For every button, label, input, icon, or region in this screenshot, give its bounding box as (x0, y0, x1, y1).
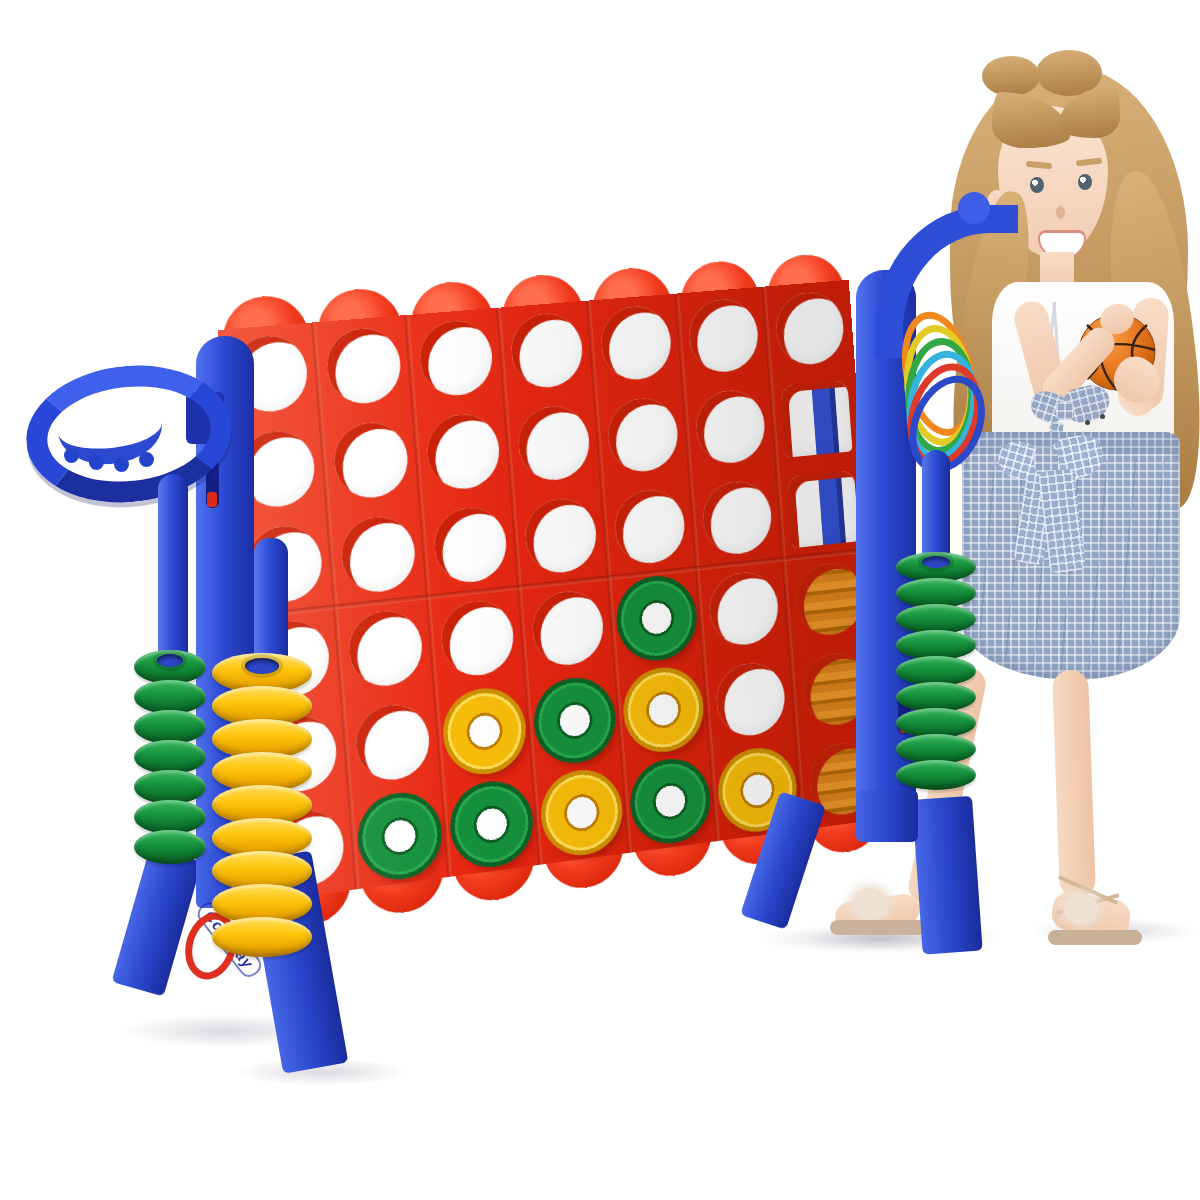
right-leg-joint (856, 790, 918, 842)
green-storage-disc (134, 710, 206, 744)
cell-r3c4 (512, 485, 609, 587)
cell-r2c7 (770, 370, 862, 468)
shirt-dot (1100, 414, 1105, 419)
right-green-stack (896, 552, 976, 797)
left-green-pole (158, 474, 188, 664)
cell-r4c5 (609, 568, 704, 669)
empty-hole (324, 326, 403, 407)
empty-hole (346, 607, 424, 689)
right-sandal-pom (1064, 894, 1098, 924)
green-storage-disc (134, 800, 206, 834)
waist-bow-knot (1034, 448, 1058, 472)
empty-hole (417, 318, 494, 398)
green-storage-disc (134, 740, 206, 774)
empty-hole (508, 311, 584, 390)
cell-r3c5 (602, 477, 697, 578)
empty-hole (515, 403, 591, 483)
yellow-disc (439, 684, 528, 779)
empty-hole (431, 505, 508, 586)
empty-hole-pole-behind (780, 380, 852, 458)
yellow-disc (537, 765, 624, 860)
empty-hole (424, 411, 501, 492)
hoop-bump (89, 455, 104, 470)
cell-r3c3 (421, 494, 519, 597)
green-disc (627, 754, 713, 848)
left-sandal-pom (852, 888, 888, 920)
stack-pole-hole (245, 658, 279, 674)
cell-r3c7 (777, 460, 869, 559)
empty-hole-pole-behind (787, 470, 859, 548)
cell-r1c2 (313, 315, 413, 417)
left-yellow-stack (212, 653, 312, 963)
green-disc (354, 788, 445, 885)
cell-r3c2 (328, 503, 428, 607)
empty-hole-discs-behind (793, 560, 865, 639)
eye (1030, 177, 1044, 193)
cell-r2c6 (683, 377, 777, 476)
cell-r6c3 (442, 772, 540, 877)
green-disc (530, 674, 618, 768)
empty-hole (438, 598, 515, 680)
hoop-bump (139, 452, 154, 467)
green-disc (447, 777, 536, 873)
hoop-bump (64, 448, 79, 463)
cell-r5c3 (435, 680, 533, 784)
right-sandal-sole (1048, 930, 1142, 945)
nose (1056, 206, 1065, 219)
empty-hole (598, 304, 673, 383)
left-sandal-sole (830, 920, 930, 935)
empty-hole (693, 388, 766, 466)
left-yellow-pole (254, 538, 288, 668)
green-disc (613, 572, 699, 665)
cell-r1c7 (763, 280, 855, 378)
cell-r5c5 (615, 659, 710, 761)
eye (1078, 174, 1092, 190)
empty-hole (605, 396, 680, 475)
chest-bow-knot (1056, 402, 1073, 420)
shirt-dot (1085, 420, 1090, 425)
cell-r6c5 (622, 750, 717, 853)
cell-r3c6 (690, 468, 783, 568)
stack-pole-hole (922, 556, 950, 568)
cell-r5c6 (703, 649, 796, 750)
hoop-bump (114, 457, 129, 472)
empty-hole (353, 701, 431, 784)
cell-r6c4 (533, 761, 629, 865)
empty-hole (714, 660, 787, 740)
yellow-storage-disc (212, 917, 312, 957)
empty-hole (522, 496, 598, 576)
cell-r1c4 (498, 301, 595, 401)
stack-pole-hole (157, 654, 183, 667)
cell-r1c6 (676, 287, 770, 385)
green-storage-disc (896, 760, 976, 790)
empty-hole (529, 588, 605, 669)
cell-r1c3 (406, 308, 505, 409)
cell-r1c5 (588, 294, 683, 393)
right-leg-front (912, 796, 983, 955)
cell-r2c3 (413, 401, 512, 503)
cell-r4c4 (519, 577, 616, 679)
ring-toss-rings (893, 312, 983, 452)
empty-hole (338, 514, 417, 596)
product-photo-stage: Costway (0, 0, 1200, 1200)
green-storage-disc (134, 680, 206, 714)
ring-toss-hook-tip (958, 192, 990, 224)
empty-hole (686, 297, 759, 375)
empty-hole (773, 290, 845, 367)
empty-hole (612, 487, 687, 567)
green-storage-disc (134, 770, 206, 804)
cell-r2c2 (320, 409, 420, 512)
cell-r2c4 (505, 393, 602, 494)
cell-r2c5 (595, 385, 690, 485)
empty-hole (700, 478, 773, 557)
cell-r4c3 (428, 587, 526, 690)
cell-r5c2 (342, 690, 442, 795)
hair-bun (982, 56, 1040, 96)
cell-r6c2 (349, 784, 449, 890)
yellow-disc (620, 663, 706, 756)
empty-hole (707, 569, 780, 648)
right-leg (1052, 669, 1096, 898)
cell-r4c2 (335, 597, 435, 701)
green-storage-disc (134, 830, 206, 864)
cell-r5c4 (526, 669, 622, 772)
cell-r4c6 (697, 559, 790, 659)
left-green-stack (134, 650, 206, 875)
left-post-clip (207, 492, 217, 507)
empty-hole (331, 420, 410, 501)
